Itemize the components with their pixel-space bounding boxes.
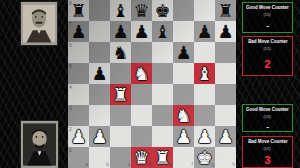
black-queen[interactable]: ♛: [133, 0, 149, 21]
black-pawn[interactable]: ♟: [175, 42, 191, 63]
square-e1[interactable]: e♜: [152, 147, 173, 168]
black-player-photo: [23, 4, 55, 43]
square-g6[interactable]: [194, 42, 215, 63]
white-pawn[interactable]: ♟: [175, 126, 191, 147]
white-pawn[interactable]: ♟: [196, 126, 212, 147]
square-a5[interactable]: 5: [68, 63, 89, 84]
square-a6[interactable]: 6: [68, 42, 89, 63]
square-h3[interactable]: [215, 105, 236, 126]
square-d5[interactable]: ♞: [131, 63, 152, 84]
square-a1[interactable]: 1a: [68, 147, 89, 168]
white-player-portrait: [21, 121, 58, 168]
square-b3[interactable]: [89, 105, 110, 126]
square-c6[interactable]: ♞: [110, 42, 131, 63]
square-b2[interactable]: ♟: [89, 126, 110, 147]
square-b4[interactable]: [89, 84, 110, 105]
black-pawn[interactable]: ♟: [133, 21, 149, 42]
square-e5[interactable]: [152, 63, 173, 84]
square-a4[interactable]: 4: [68, 84, 89, 105]
rank-label-3: 3: [69, 106, 72, 111]
square-h4[interactable]: [215, 84, 236, 105]
black-bishop[interactable]: ♝: [112, 0, 128, 21]
good-move-counter-bottom: Good Move Counter (1/1) -: [242, 104, 293, 132]
square-e4[interactable]: [152, 84, 173, 105]
square-g1[interactable]: g♚: [194, 147, 215, 168]
good-move-counter-value: -: [243, 121, 292, 131]
square-h8[interactable]: ♜: [215, 0, 236, 21]
black-knight[interactable]: ♞: [112, 42, 128, 63]
white-knight[interactable]: ♞: [175, 105, 191, 126]
good-move-counter-title: Good Move Counter: [246, 107, 289, 111]
white-king[interactable]: ♚: [196, 147, 212, 168]
square-c2[interactable]: [110, 126, 131, 147]
chess-board[interactable]: 8♜♝♛♚♜7♟♟♟♝♟♟6♞♟5♟♞♝4♜3♞2♟♟♟♟♟1abcd♛e♜fg…: [68, 0, 236, 168]
square-f4[interactable]: [173, 84, 194, 105]
good-move-counter-subtitle: (1/1): [264, 115, 271, 118]
file-label-a: a: [85, 162, 88, 167]
black-pawn[interactable]: ♟: [70, 21, 86, 42]
square-c4[interactable]: ♜: [110, 84, 131, 105]
square-e3[interactable]: [152, 105, 173, 126]
white-rook[interactable]: ♜: [154, 147, 170, 168]
square-d4[interactable]: [131, 84, 152, 105]
square-f5[interactable]: [173, 63, 194, 84]
square-h6[interactable]: [215, 42, 236, 63]
bad-move-counter-title: Bad Move Counter: [248, 139, 288, 143]
square-c3[interactable]: [110, 105, 131, 126]
square-h7[interactable]: ♟: [215, 21, 236, 42]
square-f2[interactable]: ♟: [173, 126, 194, 147]
square-h5[interactable]: [215, 63, 236, 84]
square-d2[interactable]: [131, 126, 152, 147]
bad-move-counter-subtitle: (1/1): [264, 147, 271, 150]
square-b8[interactable]: [89, 0, 110, 21]
bad-move-counter-value: 2: [243, 53, 292, 75]
white-pawn[interactable]: ♟: [91, 126, 107, 147]
square-e7[interactable]: ♝: [152, 21, 173, 42]
bad-move-counter-top: Bad Move Counter (1/1) 2: [242, 36, 293, 76]
square-g4[interactable]: [194, 84, 215, 105]
square-a8[interactable]: 8♜: [68, 0, 89, 21]
good-move-counter-subtitle: (1/1): [264, 13, 271, 16]
square-b7[interactable]: [89, 21, 110, 42]
black-king[interactable]: ♚: [154, 0, 170, 21]
square-c7[interactable]: ♟: [110, 21, 131, 42]
square-g2[interactable]: ♟: [194, 126, 215, 147]
square-f7[interactable]: [173, 21, 194, 42]
rank-label-6: 6: [69, 43, 72, 48]
square-c5[interactable]: [110, 63, 131, 84]
square-d8[interactable]: ♛: [131, 0, 152, 21]
rank-label-4: 4: [69, 85, 72, 90]
black-rook[interactable]: ♜: [70, 0, 86, 21]
black-bishop[interactable]: ♝: [154, 21, 170, 42]
square-d6[interactable]: [131, 42, 152, 63]
square-d1[interactable]: d♛: [131, 147, 152, 168]
square-c8[interactable]: ♝: [110, 0, 131, 21]
square-h1[interactable]: h: [215, 147, 236, 168]
rank-label-5: 5: [69, 64, 72, 69]
square-b1[interactable]: b: [89, 147, 110, 168]
square-g5[interactable]: ♝: [194, 63, 215, 84]
bad-move-counter-title: Bad Move Counter: [248, 39, 288, 43]
black-pawn[interactable]: ♟: [217, 21, 233, 42]
rank-label-1: 1: [69, 148, 72, 153]
square-e8[interactable]: ♚: [152, 0, 173, 21]
square-f8[interactable]: [173, 0, 194, 21]
black-pawn[interactable]: ♟: [91, 63, 107, 84]
square-a3[interactable]: 3: [68, 105, 89, 126]
file-label-c: c: [128, 162, 131, 167]
square-c1[interactable]: c: [110, 147, 131, 168]
square-a2[interactable]: 2♟: [68, 126, 89, 147]
square-e2[interactable]: [152, 126, 173, 147]
file-label-h: h: [232, 162, 235, 167]
file-label-f: f: [192, 162, 193, 167]
good-move-counter-value: -: [243, 19, 292, 32]
good-move-counter-title: Good Move Counter: [246, 5, 289, 9]
square-g7[interactable]: ♟: [194, 21, 215, 42]
white-queen[interactable]: ♛: [133, 147, 149, 168]
square-g8[interactable]: [194, 0, 215, 21]
square-a7[interactable]: 7♟: [68, 21, 89, 42]
square-e6[interactable]: [152, 42, 173, 63]
square-b5[interactable]: ♟: [89, 63, 110, 84]
square-d3[interactable]: [131, 105, 152, 126]
square-f1[interactable]: f: [173, 147, 194, 168]
good-move-counter-top: Good Move Counter (1/1) -: [242, 2, 293, 33]
black-pawn[interactable]: ♟: [112, 21, 128, 42]
file-label-b: b: [106, 162, 109, 167]
square-b6[interactable]: [89, 42, 110, 63]
square-f6[interactable]: ♟: [173, 42, 194, 63]
white-pawn[interactable]: ♟: [217, 126, 233, 147]
black-rook[interactable]: ♜: [217, 0, 233, 21]
bad-move-counter-bottom: Bad Move Counter (1/1) 3: [242, 136, 293, 168]
bad-move-counter-value: 3: [243, 153, 292, 167]
white-rook[interactable]: ♜: [112, 84, 128, 105]
square-h2[interactable]: ♟: [215, 126, 236, 147]
white-player-photo: [23, 123, 56, 166]
square-f3[interactable]: ♞: [173, 105, 194, 126]
black-player-portrait: [21, 2, 57, 45]
game-screen: 8♜♝♛♚♜7♟♟♟♝♟♟6♞♟5♟♞♝4♜3♞2♟♟♟♟♟1abcd♛e♜fg…: [0, 0, 300, 168]
white-knight[interactable]: ♞: [133, 63, 149, 84]
bad-move-counter-subtitle: (1/1): [264, 47, 271, 50]
black-pawn[interactable]: ♟: [196, 21, 212, 42]
white-pawn[interactable]: ♟: [70, 126, 86, 147]
square-g3[interactable]: [194, 105, 215, 126]
square-d7[interactable]: ♟: [131, 21, 152, 42]
white-bishop[interactable]: ♝: [196, 63, 212, 84]
